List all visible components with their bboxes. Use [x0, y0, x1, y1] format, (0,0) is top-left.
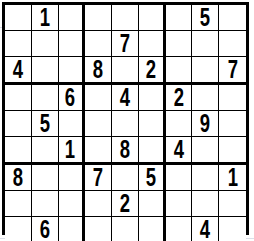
- sudoku-cell-r1c1[interactable]: [5, 5, 32, 31]
- sudoku-cell-r2c4[interactable]: [85, 31, 112, 57]
- sudoku-cell-r8c3[interactable]: [59, 191, 86, 217]
- sudoku-cell-r9c5[interactable]: [112, 217, 139, 241]
- sudoku-cell-r9c2[interactable]: 6: [32, 217, 59, 241]
- sudoku-cell-r4c7[interactable]: 2: [166, 85, 193, 111]
- sudoku-cell-r3c6[interactable]: 2: [139, 57, 166, 85]
- sudoku-cell-r2c9[interactable]: [219, 31, 246, 57]
- sudoku-cell-r4c6[interactable]: [139, 85, 166, 111]
- sudoku-cell-r6c5[interactable]: 8: [112, 137, 139, 165]
- sudoku-cell-r4c8[interactable]: [192, 85, 219, 111]
- sudoku-cell-r5c1[interactable]: [5, 111, 32, 137]
- sudoku-cell-r4c3[interactable]: 6: [59, 85, 86, 111]
- sudoku-cell-r6c3[interactable]: 1: [59, 137, 86, 165]
- sudoku-cell-r9c4[interactable]: [85, 217, 112, 241]
- sudoku-cell-r1c2[interactable]: 1: [32, 5, 59, 31]
- given-digit: 6: [40, 217, 50, 241]
- given-digit: 4: [200, 217, 210, 241]
- sudoku-cell-r2c8[interactable]: [192, 31, 219, 57]
- sudoku-cell-r5c3[interactable]: [59, 111, 86, 137]
- sudoku-cell-r3c5[interactable]: [112, 57, 139, 85]
- given-digit: 1: [227, 165, 237, 190]
- sudoku-cell-r6c7[interactable]: 4: [166, 137, 193, 165]
- given-digit: 7: [227, 57, 237, 82]
- sudoku-cell-r7c9[interactable]: 1: [219, 165, 246, 191]
- given-digit: 6: [65, 85, 75, 110]
- given-digit: 4: [13, 57, 23, 82]
- sudoku-cell-r8c2[interactable]: [32, 191, 59, 217]
- sudoku-cell-r9c8[interactable]: 4: [192, 217, 219, 241]
- sudoku-cell-r5c8[interactable]: 9: [192, 111, 219, 137]
- sudoku-cell-r1c9[interactable]: [219, 5, 246, 31]
- sudoku-cell-r7c4[interactable]: 7: [85, 165, 112, 191]
- sudoku-cell-r6c9[interactable]: [219, 137, 246, 165]
- sudoku-cell-r3c9[interactable]: 7: [219, 57, 246, 85]
- given-digit: 7: [120, 31, 130, 56]
- sudoku-cell-r9c3[interactable]: [59, 217, 86, 241]
- sudoku-cell-r4c4[interactable]: [85, 85, 112, 111]
- sudoku-cell-r6c4[interactable]: [85, 137, 112, 165]
- given-digit: 2: [120, 191, 130, 216]
- sudoku-cell-r2c2[interactable]: [32, 31, 59, 57]
- sudoku-cell-r7c7[interactable]: [166, 165, 193, 191]
- sudoku-cell-r7c6[interactable]: 5: [139, 165, 166, 191]
- given-digit: 1: [40, 5, 50, 30]
- sudoku-cell-r8c6[interactable]: [139, 191, 166, 217]
- sudoku-cell-r9c7[interactable]: [166, 217, 193, 241]
- sudoku-cell-r6c2[interactable]: [32, 137, 59, 165]
- given-digit: 9: [200, 111, 210, 136]
- given-digit: 8: [93, 57, 103, 82]
- given-digit: 2: [146, 57, 156, 82]
- sudoku-cell-r8c5[interactable]: 2: [112, 191, 139, 217]
- sudoku-cell-r3c1[interactable]: 4: [5, 57, 32, 85]
- sudoku-cell-r4c2[interactable]: [32, 85, 59, 111]
- sudoku-cell-r5c9[interactable]: [219, 111, 246, 137]
- sudoku-cell-r9c9[interactable]: [219, 217, 246, 241]
- sudoku-cell-r1c6[interactable]: [139, 5, 166, 31]
- sudoku-board: 1574827642591848751264: [2, 2, 249, 235]
- sudoku-cell-r3c8[interactable]: [192, 57, 219, 85]
- sudoku-cell-r5c6[interactable]: [139, 111, 166, 137]
- given-digit: 7: [93, 165, 103, 190]
- sudoku-cell-r5c4[interactable]: [85, 111, 112, 137]
- sudoku-cell-r7c1[interactable]: 8: [5, 165, 32, 191]
- sudoku-cell-r7c8[interactable]: [192, 165, 219, 191]
- sudoku-cell-r1c4[interactable]: [85, 5, 112, 31]
- sudoku-cell-r2c1[interactable]: [5, 31, 32, 57]
- sudoku-cell-r1c3[interactable]: [59, 5, 86, 31]
- given-digit: 5: [40, 111, 50, 136]
- sudoku-cell-r8c1[interactable]: [5, 191, 32, 217]
- sudoku-cell-r1c7[interactable]: [166, 5, 193, 31]
- given-digit: 1: [65, 137, 75, 162]
- sudoku-cell-r2c7[interactable]: [166, 31, 193, 57]
- sudoku-cell-r8c4[interactable]: [85, 191, 112, 217]
- given-digit: 8: [13, 165, 23, 190]
- sudoku-cell-r8c7[interactable]: [166, 191, 193, 217]
- sudoku-cell-r4c9[interactable]: [219, 85, 246, 111]
- sudoku-cell-r8c8[interactable]: [192, 191, 219, 217]
- sudoku-cell-r8c9[interactable]: [219, 191, 246, 217]
- sudoku-cell-r3c2[interactable]: [32, 57, 59, 85]
- sudoku-cell-r1c8[interactable]: 5: [192, 5, 219, 31]
- sudoku-cell-r4c5[interactable]: 4: [112, 85, 139, 111]
- sudoku-cell-r7c3[interactable]: [59, 165, 86, 191]
- sudoku-cell-r5c2[interactable]: 5: [32, 111, 59, 137]
- sudoku-cell-r3c3[interactable]: [59, 57, 86, 85]
- sudoku-cell-r1c5[interactable]: [112, 5, 139, 31]
- sudoku-cell-r5c7[interactable]: [166, 111, 193, 137]
- sudoku-cell-r3c4[interactable]: 8: [85, 57, 112, 85]
- sudoku-cell-r4c1[interactable]: [5, 85, 32, 111]
- sudoku-cell-r5c5[interactable]: [112, 111, 139, 137]
- given-digit: 2: [173, 85, 183, 110]
- sudoku-cell-r6c8[interactable]: [192, 137, 219, 165]
- sudoku-cell-r2c5[interactable]: 7: [112, 31, 139, 57]
- sudoku-cell-r2c6[interactable]: [139, 31, 166, 57]
- sudoku-cell-r7c2[interactable]: [32, 165, 59, 191]
- sudoku-cell-r3c7[interactable]: [166, 57, 193, 85]
- sudoku-cell-r9c1[interactable]: [5, 217, 32, 241]
- given-digit: 5: [200, 5, 210, 30]
- given-digit: 4: [120, 85, 130, 110]
- sudoku-cell-r9c6[interactable]: [139, 217, 166, 241]
- sudoku-cell-r7c5[interactable]: [112, 165, 139, 191]
- given-digit: 8: [120, 137, 130, 162]
- sudoku-cell-r2c3[interactable]: [59, 31, 86, 57]
- sudoku-cell-r6c6[interactable]: [139, 137, 166, 165]
- given-digit: 4: [173, 137, 183, 162]
- sudoku-cell-r6c1[interactable]: [5, 137, 32, 165]
- given-digit: 5: [146, 165, 156, 190]
